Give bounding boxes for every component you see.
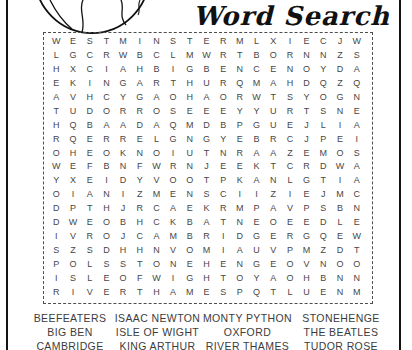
- grid-cell-r6c6: R: [131, 104, 148, 118]
- grid-cell-r13c12: M: [232, 202, 249, 216]
- grid-cell-r16c11: I: [215, 243, 232, 257]
- grid-cell-r16c18: D: [332, 243, 349, 257]
- grid-cell-r14c15: E: [282, 216, 299, 230]
- grid-cell-r18c2: S: [65, 271, 82, 285]
- grid-cell-r3c1: H: [48, 63, 65, 77]
- grid-cell-r16c16: M: [298, 243, 315, 257]
- grid-cell-r17c15: O: [282, 257, 299, 271]
- grid-cell-r5c6: G: [131, 91, 148, 105]
- grid-cell-r7c7: A: [148, 118, 165, 132]
- grid-cell-r18c17: B: [315, 271, 332, 285]
- grid-cell-r1c2: E: [65, 35, 82, 49]
- grid-cell-r8c6: E: [131, 132, 148, 146]
- grid-cell-r15c6: C: [131, 230, 148, 244]
- grid-cell-r14c6: H: [131, 216, 148, 230]
- grid-cell-r2c17: N: [315, 49, 332, 63]
- grid-cell-r19c2: I: [65, 285, 82, 299]
- grid-cell-r11c13: A: [248, 174, 265, 188]
- grid-cell-r17c9: E: [181, 257, 198, 271]
- grid-cell-r1c13: L: [248, 35, 265, 49]
- grid-cell-r7c19: A: [348, 118, 365, 132]
- grid-cell-r19c9: M: [181, 285, 198, 299]
- grid-cell-r6c10: E: [198, 104, 215, 118]
- grid-cell-r6c4: O: [98, 104, 115, 118]
- grid-cell-r12c13: I: [248, 188, 265, 202]
- grid-cell-r17c4: S: [98, 257, 115, 271]
- grid-cell-r9c9: U: [181, 146, 198, 160]
- grid-cell-r17c1: P: [48, 257, 65, 271]
- grid-cell-r1c16: E: [298, 35, 315, 49]
- grid-cell-r3c5: A: [115, 63, 132, 77]
- grid-cell-r9c6: N: [131, 146, 148, 160]
- grid-cell-r17c8: N: [165, 257, 182, 271]
- grid-cell-r8c10: G: [198, 132, 215, 146]
- grid-cell-r13c18: B: [332, 202, 349, 216]
- grid-cell-r11c8: O: [165, 174, 182, 188]
- grid-cell-r12c3: A: [81, 188, 98, 202]
- grid-cell-r7c13: G: [248, 118, 265, 132]
- grid-cell-r18c14: A: [265, 271, 282, 285]
- grid-cell-r13c14: A: [265, 202, 282, 216]
- grid-cell-r19c11: S: [215, 285, 232, 299]
- grid-cell-r14c1: D: [48, 216, 65, 230]
- grid-cell-r2c4: R: [98, 49, 115, 63]
- grid-cell-r19c17: E: [315, 285, 332, 299]
- grid-cell-r1c1: W: [48, 35, 65, 49]
- grid-cell-r19c18: N: [332, 285, 349, 299]
- grid-cell-r2c6: B: [131, 49, 148, 63]
- grid-cell-r17c18: O: [332, 257, 349, 271]
- grid-cell-r9c2: H: [65, 146, 82, 160]
- grid-cell-r13c11: R: [215, 202, 232, 216]
- grid-cell-r11c1: Y: [48, 174, 65, 188]
- grid-cell-r11c4: I: [98, 174, 115, 188]
- grid-cell-r3c11: E: [215, 63, 232, 77]
- grid-cell-r5c16: Y: [298, 91, 315, 105]
- grid-cell-r19c3: V: [81, 285, 98, 299]
- grid-cell-r17c14: E: [265, 257, 282, 271]
- grid-cell-r1c7: N: [148, 35, 165, 49]
- grid-cell-r13c1: D: [48, 202, 65, 216]
- grid-cell-r7c3: B: [81, 118, 98, 132]
- grid-cell-r17c3: L: [81, 257, 98, 271]
- grid-cell-r15c12: D: [232, 230, 249, 244]
- grid-cell-r4c15: H: [282, 77, 299, 91]
- grid-cell-r18c15: O: [282, 271, 299, 285]
- word-list-item-5: BIG BEN: [25, 325, 115, 339]
- grid-cell-r1c18: J: [332, 35, 349, 49]
- grid-cell-r15c8: M: [165, 230, 182, 244]
- grid-cell-r10c14: T: [265, 160, 282, 174]
- grid-cell-r9c5: K: [115, 146, 132, 160]
- grid-cell-r8c16: J: [298, 132, 315, 146]
- grid-cell-r18c8: I: [165, 271, 182, 285]
- grid-cell-r6c1: T: [48, 104, 65, 118]
- grid-cell-r12c12: I: [232, 188, 249, 202]
- grid-cell-r3c7: B: [148, 63, 165, 77]
- grid-cell-r18c18: N: [332, 271, 349, 285]
- grid-cell-r2c7: C: [148, 49, 165, 63]
- grid-cell-r17c5: S: [115, 257, 132, 271]
- grid-cell-r15c10: R: [198, 230, 215, 244]
- grid-cell-r9c17: M: [315, 146, 332, 160]
- grid-cell-r4c3: I: [81, 77, 98, 91]
- grid-cell-r6c5: R: [115, 104, 132, 118]
- grid-cell-r5c12: R: [232, 91, 249, 105]
- grid-cell-r1c19: W: [348, 35, 365, 49]
- grid-cell-r6c13: Y: [248, 104, 265, 118]
- grid-cell-r13c2: P: [65, 202, 82, 216]
- grid-cell-r18c9: G: [181, 271, 198, 285]
- grid-cell-r17c16: V: [298, 257, 315, 271]
- word-list-item-7: OXFORD: [200, 325, 295, 339]
- word-list-item-1: BEEFEATERS: [25, 311, 115, 325]
- grid-cell-r13c4: H: [98, 202, 115, 216]
- grid-cell-r18c19: N: [348, 271, 365, 285]
- grid-cell-r1c3: S: [81, 35, 98, 49]
- grid-cell-r4c13: M: [248, 77, 265, 91]
- grid-cell-r18c5: O: [115, 271, 132, 285]
- grid-cell-r1c15: I: [282, 35, 299, 49]
- grid-cell-r6c16: T: [298, 104, 315, 118]
- grid-cell-r15c17: Q: [315, 230, 332, 244]
- grid-cell-r16c19: T: [348, 243, 365, 257]
- grid-cell-r7c15: E: [282, 118, 299, 132]
- grid-cell-r16c5: H: [115, 243, 132, 257]
- grid-cell-r7c6: D: [131, 118, 148, 132]
- grid-cell-r2c15: R: [282, 49, 299, 63]
- grid-cell-r6c8: S: [165, 104, 182, 118]
- grid-cell-r11c15: L: [282, 174, 299, 188]
- grid-cell-r15c9: B: [181, 230, 198, 244]
- grid-cell-r4c4: N: [98, 77, 115, 91]
- grid-cell-r12c5: I: [115, 188, 132, 202]
- grid-cell-r9c11: N: [215, 146, 232, 160]
- grid-cell-r18c11: T: [215, 271, 232, 285]
- grid-cell-r8c17: P: [315, 132, 332, 146]
- grid-cell-r15c2: V: [65, 230, 82, 244]
- grid-cell-r7c18: I: [332, 118, 349, 132]
- grid-cell-r5c10: A: [198, 91, 215, 105]
- grid-cell-r18c7: W: [148, 271, 165, 285]
- grid-cell-r18c16: H: [298, 271, 315, 285]
- grid-cell-r9c15: Z: [282, 146, 299, 160]
- grid-cell-r14c17: D: [315, 216, 332, 230]
- grid-cell-r7c17: L: [315, 118, 332, 132]
- grid-cell-r17c13: G: [248, 257, 265, 271]
- grid-cell-r14c12: N: [232, 216, 249, 230]
- grid-cell-r14c16: E: [298, 216, 315, 230]
- grid-cell-r10c3: F: [81, 160, 98, 174]
- grid-cell-r10c15: C: [282, 160, 299, 174]
- grid-cell-r17c6: T: [131, 257, 148, 271]
- grid-cell-r4c12: Q: [232, 77, 249, 91]
- grid-cell-r6c2: U: [65, 104, 82, 118]
- grid-cell-r2c11: R: [215, 49, 232, 63]
- grid-cell-r2c19: S: [348, 49, 365, 63]
- grid-cell-r5c15: S: [282, 91, 299, 105]
- grid-cell-r13c6: R: [131, 202, 148, 216]
- grid-cell-r15c16: G: [298, 230, 315, 244]
- grid-cell-r9c7: O: [148, 146, 165, 160]
- grid-cell-r10c5: N: [115, 160, 132, 174]
- grid-cell-r13c16: P: [298, 202, 315, 216]
- grid-cell-r4c11: R: [215, 77, 232, 91]
- word-list-item-11: RIVER THAMES: [200, 339, 295, 350]
- page-border-left: [6, 0, 8, 350]
- grid-cell-r13c10: K: [198, 202, 215, 216]
- grid-cell-r5c1: A: [48, 91, 65, 105]
- grid-cell-r11c18: I: [332, 174, 349, 188]
- grid-cell-r10c4: B: [98, 160, 115, 174]
- grid-cell-r9c8: I: [165, 146, 182, 160]
- grid-cell-r9c13: A: [248, 146, 265, 160]
- grid-cell-r16c17: Z: [315, 243, 332, 257]
- grid-cell-r6c15: R: [282, 104, 299, 118]
- grid-cell-r8c13: B: [248, 132, 265, 146]
- grid-cell-r4c10: U: [198, 77, 215, 91]
- grid-cell-r14c4: O: [98, 216, 115, 230]
- grid-cell-r19c15: L: [282, 285, 299, 299]
- grid-cell-r7c8: Q: [165, 118, 182, 132]
- grid-cell-r19c6: T: [131, 285, 148, 299]
- grid-cell-r17c17: N: [315, 257, 332, 271]
- grid-cell-r11c9: O: [181, 174, 198, 188]
- grid-cell-r12c8: E: [165, 188, 182, 202]
- grid-cell-r17c2: O: [65, 257, 82, 271]
- grid-cell-r11c14: N: [265, 174, 282, 188]
- grid-cell-r8c4: R: [98, 132, 115, 146]
- grid-cell-r11c17: T: [315, 174, 332, 188]
- grid-cell-r14c19: E: [348, 216, 365, 230]
- grid-cell-r12c18: M: [332, 188, 349, 202]
- grid-cell-r18c13: Y: [248, 271, 265, 285]
- grid-cell-r14c7: C: [148, 216, 165, 230]
- grid-cell-r2c10: W: [198, 49, 215, 63]
- grid-cell-r1c11: R: [215, 35, 232, 49]
- word-list-item-2: ISAAC NEWTON: [115, 311, 200, 325]
- grid-cell-r15c19: W: [348, 230, 365, 244]
- grid-cell-r3c14: E: [265, 63, 282, 77]
- grid-cell-r11c16: G: [298, 174, 315, 188]
- grid-cell-r5c13: W: [248, 91, 265, 105]
- grid-cell-r16c7: N: [148, 243, 165, 257]
- grid-cell-r16c6: H: [131, 243, 148, 257]
- grid-cell-r4c18: Z: [332, 77, 349, 91]
- grid-cell-r4c7: R: [148, 77, 165, 91]
- grid-cell-r13c5: J: [115, 202, 132, 216]
- grid-cell-r14c5: B: [115, 216, 132, 230]
- grid-cell-r19c10: E: [198, 285, 215, 299]
- grid-cell-r9c3: E: [81, 146, 98, 160]
- grid-cell-r16c15: P: [282, 243, 299, 257]
- grid-cell-r12c16: E: [298, 188, 315, 202]
- grid-cell-r7c12: P: [232, 118, 249, 132]
- grid-cell-r8c19: I: [348, 132, 365, 146]
- grid-cell-r6c12: Y: [232, 104, 249, 118]
- grid-cell-r4c17: Q: [315, 77, 332, 91]
- grid-cell-r10c12: E: [232, 160, 249, 174]
- grid-cell-r19c14: T: [265, 285, 282, 299]
- grid-cell-r5c8: O: [165, 91, 182, 105]
- grid-cell-r3c4: I: [98, 63, 115, 77]
- grid-cell-r3c17: Y: [315, 63, 332, 77]
- grid-cell-r11c11: P: [215, 174, 232, 188]
- grid-cell-r14c18: L: [332, 216, 349, 230]
- grid-cell-r17c12: N: [232, 257, 249, 271]
- grid-cell-r1c8: S: [165, 35, 182, 49]
- grid-cell-r19c5: R: [115, 285, 132, 299]
- grid-cell-r19c19: M: [348, 285, 365, 299]
- grid-cell-r16c4: D: [98, 243, 115, 257]
- grid-cell-r13c3: T: [81, 202, 98, 216]
- word-list-item-6: ISLE OF WIGHT: [115, 325, 200, 339]
- grid-cell-r10c10: J: [198, 160, 215, 174]
- grid-cell-r14c11: T: [215, 216, 232, 230]
- grid-cell-r2c1: L: [48, 49, 65, 63]
- grid-cell-r12c4: N: [98, 188, 115, 202]
- grid-cell-r8c2: Q: [65, 132, 82, 146]
- grid-cell-r8c12: E: [232, 132, 249, 146]
- grid-cell-r19c13: Q: [248, 285, 265, 299]
- grid-cell-r5c7: A: [148, 91, 165, 105]
- grid-cell-r8c18: E: [332, 132, 349, 146]
- grid-cell-r3c15: N: [282, 63, 299, 77]
- grid-cell-r12c2: I: [65, 188, 82, 202]
- grid-cell-r15c13: G: [248, 230, 265, 244]
- grid-cell-r12c7: M: [148, 188, 165, 202]
- grid-cell-r6c17: S: [315, 104, 332, 118]
- grid-cell-r12c6: Z: [131, 188, 148, 202]
- grid-cell-r11c3: E: [81, 174, 98, 188]
- grid-cell-r13c8: A: [165, 202, 182, 216]
- grid-cell-r14c8: K: [165, 216, 182, 230]
- grid-cell-r16c2: Z: [65, 243, 82, 257]
- grid-cell-r2c3: C: [81, 49, 98, 63]
- grid-cell-r10c6: F: [131, 160, 148, 174]
- grid-cell-r16c1: S: [48, 243, 65, 257]
- grid-cell-r14c14: O: [265, 216, 282, 230]
- grid-cell-r10c2: E: [65, 160, 82, 174]
- grid-cell-r8c9: N: [181, 132, 198, 146]
- grid-cell-r4c1: E: [48, 77, 65, 91]
- grid-cell-r1c5: M: [115, 35, 132, 49]
- grid-cell-r9c12: R: [232, 146, 249, 160]
- grid-cell-r10c17: D: [315, 160, 332, 174]
- grid-cell-r13c15: V: [282, 202, 299, 216]
- grid-cell-r18c4: E: [98, 271, 115, 285]
- grid-cell-r17c19: O: [348, 257, 365, 271]
- grid-cell-r14c10: A: [198, 216, 215, 230]
- grid-cell-r16c14: V: [265, 243, 282, 257]
- grid-cell-r5c11: O: [215, 91, 232, 105]
- grid-cell-r8c15: C: [282, 132, 299, 146]
- grid-cell-r7c9: M: [181, 118, 198, 132]
- grid-cell-r10c8: R: [165, 160, 182, 174]
- grid-cell-r3c12: N: [232, 63, 249, 77]
- grid-cell-r2c8: L: [165, 49, 182, 63]
- grid-cell-r11c10: T: [198, 174, 215, 188]
- grid-cell-r4c9: H: [181, 77, 198, 91]
- grid-cell-r8c3: E: [81, 132, 98, 146]
- grid-cell-r19c4: E: [98, 285, 115, 299]
- word-list-item-3: MONTY PYTHON: [200, 311, 295, 325]
- grid-cell-r14c2: W: [65, 216, 82, 230]
- grid-cell-r10c9: N: [181, 160, 198, 174]
- word-search-grid: WESTMINSTERMLXIECJWLGCRWBCLMWRTBORNNZSHX…: [43, 32, 373, 304]
- grid-cell-r4c8: T: [165, 77, 182, 91]
- grid-cell-r12c15: I: [282, 188, 299, 202]
- grid-cell-r16c3: S: [81, 243, 98, 257]
- grid-cell-r3c6: H: [131, 63, 148, 77]
- grid-cell-r6c14: U: [265, 104, 282, 118]
- grid-cell-r11c12: K: [232, 174, 249, 188]
- grid-cell-r6c19: E: [348, 104, 365, 118]
- grid-cell-r8c7: L: [148, 132, 165, 146]
- grid-cell-r2c13: B: [248, 49, 265, 63]
- grid-cell-r12c14: Z: [265, 188, 282, 202]
- grid-cell-r16c8: V: [165, 243, 182, 257]
- grid-cell-r6c18: N: [332, 104, 349, 118]
- word-list-item-4: STONEHENGE: [295, 311, 387, 325]
- grid-cell-r18c12: O: [232, 271, 249, 285]
- grid-cell-r15c1: I: [48, 230, 65, 244]
- grid-cell-r5c17: O: [315, 91, 332, 105]
- grid-cell-r9c4: O: [98, 146, 115, 160]
- grid-cell-r3c13: C: [248, 63, 265, 77]
- grid-cell-r3c18: D: [332, 63, 349, 77]
- grid-cell-r9c19: S: [348, 146, 365, 160]
- grid-cell-r6c7: O: [148, 104, 165, 118]
- grid-cell-r19c12: P: [232, 285, 249, 299]
- grid-cell-r5c19: N: [348, 91, 365, 105]
- grid-cell-r5c3: H: [81, 91, 98, 105]
- grid-cell-r12c17: J: [315, 188, 332, 202]
- grid-cell-r4c19: Q: [348, 77, 365, 91]
- grid-cell-r10c7: W: [148, 160, 165, 174]
- grid-cell-r7c2: Q: [65, 118, 82, 132]
- grid-cell-r7c11: B: [215, 118, 232, 132]
- page-border-right: [399, 0, 401, 350]
- grid-cell-r8c1: R: [48, 132, 65, 146]
- grid-cell-r13c17: S: [315, 202, 332, 216]
- grid-cell-r12c9: N: [181, 188, 198, 202]
- grid-cell-r9c1: O: [48, 146, 65, 160]
- grid-cell-r8c14: R: [265, 132, 282, 146]
- word-list-item-9: CAMBRIDGE: [25, 339, 115, 350]
- grid-cell-r14c13: E: [248, 216, 265, 230]
- grid-cell-r10c16: R: [298, 160, 315, 174]
- grid-cell-r7c1: H: [48, 118, 65, 132]
- grid-cell-r7c14: U: [265, 118, 282, 132]
- grid-cell-r13c13: P: [248, 202, 265, 216]
- grid-cell-r1c12: M: [232, 35, 249, 49]
- grid-cell-r17c7: O: [148, 257, 165, 271]
- grid-cell-r8c11: Y: [215, 132, 232, 146]
- word-list: BEEFEATERSISAAC NEWTONMONTY PYTHONSTONEH…: [25, 311, 387, 350]
- grid-cell-r2c5: W: [115, 49, 132, 63]
- grid-cell-r11c7: V: [148, 174, 165, 188]
- grid-cell-r4c14: A: [265, 77, 282, 91]
- grid-cell-r8c8: G: [165, 132, 182, 146]
- grid-cell-r12c1: O: [48, 188, 65, 202]
- grid-cell-r10c1: W: [48, 160, 65, 174]
- grid-cell-r1c6: I: [131, 35, 148, 49]
- grid-cell-r7c5: A: [115, 118, 132, 132]
- grid-cell-r9c16: E: [298, 146, 315, 160]
- grid-cell-r2c14: O: [265, 49, 282, 63]
- grid-cell-r10c19: A: [348, 160, 365, 174]
